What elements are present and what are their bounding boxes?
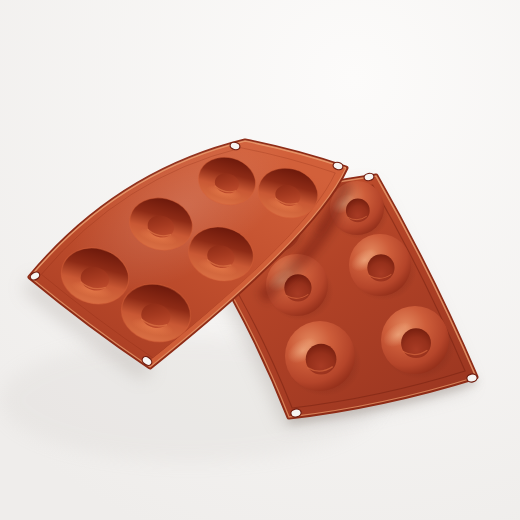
product-photo-svg: [0, 0, 520, 520]
product-photo: [0, 0, 520, 520]
